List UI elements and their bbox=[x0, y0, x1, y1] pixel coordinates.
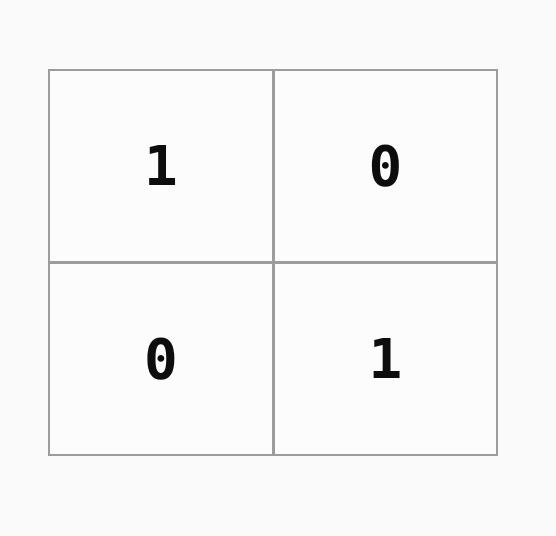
grid-cell-r2c1: 0 bbox=[50, 264, 272, 454]
grid-cell-r2c2: 1 bbox=[275, 264, 497, 454]
grid-cell-r1c2: 0 bbox=[275, 71, 497, 261]
grid-cell-r1c1: 1 bbox=[50, 71, 272, 261]
binary-grid: 1 0 0 1 bbox=[48, 69, 498, 456]
